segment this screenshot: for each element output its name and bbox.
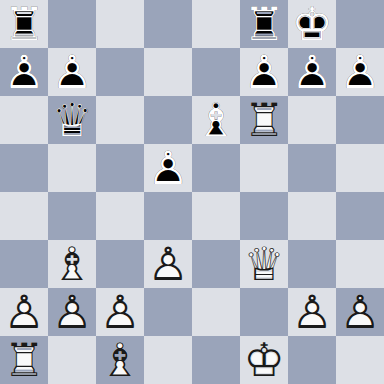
square-h1[interactable] [336, 336, 384, 384]
square-f5[interactable] [240, 144, 288, 192]
queen-outline-glyph: ♕ [240, 240, 288, 288]
bishop-outline-glyph: ♗ [96, 336, 144, 384]
square-d7[interactable] [144, 48, 192, 96]
square-d3[interactable]: ♟♙ [144, 240, 192, 288]
rook-outline-glyph: ♖ [240, 96, 288, 144]
white-pawn[interactable]: ♟♙ [288, 288, 336, 336]
pawn-outline-glyph: ♙ [96, 288, 144, 336]
bishop-outline-glyph: ♗ [192, 96, 240, 144]
square-c2[interactable]: ♟♙ [96, 288, 144, 336]
square-b8[interactable] [48, 0, 96, 48]
pawn-outline-glyph: ♙ [144, 144, 192, 192]
square-b7[interactable]: ♟♙ [48, 48, 96, 96]
square-c8[interactable] [96, 0, 144, 48]
pawn-outline-glyph: ♙ [0, 48, 48, 96]
square-f6[interactable]: ♜♖ [240, 96, 288, 144]
black-pawn[interactable]: ♟♙ [240, 48, 288, 96]
square-d1[interactable] [144, 336, 192, 384]
white-bishop[interactable]: ♝♗ [96, 336, 144, 384]
white-king[interactable]: ♚♔ [240, 336, 288, 384]
white-pawn[interactable]: ♟♙ [0, 288, 48, 336]
rook-outline-glyph: ♖ [0, 336, 48, 384]
rook-outline-glyph: ♖ [240, 0, 288, 48]
pawn-outline-glyph: ♙ [48, 48, 96, 96]
square-h5[interactable] [336, 144, 384, 192]
black-queen[interactable]: ♛♕ [48, 96, 96, 144]
square-g3[interactable] [288, 240, 336, 288]
black-pawn[interactable]: ♟♙ [336, 48, 384, 96]
square-e6[interactable]: ♝♗ [192, 96, 240, 144]
square-a5[interactable] [0, 144, 48, 192]
white-pawn[interactable]: ♟♙ [96, 288, 144, 336]
white-queen[interactable]: ♛♕ [240, 240, 288, 288]
square-g4[interactable] [288, 192, 336, 240]
white-rook[interactable]: ♜♖ [240, 96, 288, 144]
square-c7[interactable] [96, 48, 144, 96]
square-e3[interactable] [192, 240, 240, 288]
pawn-outline-glyph: ♙ [0, 288, 48, 336]
square-a1[interactable]: ♜♖ [0, 336, 48, 384]
square-f4[interactable] [240, 192, 288, 240]
square-a4[interactable] [0, 192, 48, 240]
pawn-outline-glyph: ♙ [48, 288, 96, 336]
black-pawn[interactable]: ♟♙ [144, 144, 192, 192]
pawn-outline-glyph: ♙ [336, 48, 384, 96]
square-e5[interactable] [192, 144, 240, 192]
square-c1[interactable]: ♝♗ [96, 336, 144, 384]
white-pawn[interactable]: ♟♙ [48, 288, 96, 336]
square-h6[interactable] [336, 96, 384, 144]
square-a6[interactable] [0, 96, 48, 144]
white-pawn[interactable]: ♟♙ [336, 288, 384, 336]
square-c3[interactable] [96, 240, 144, 288]
pawn-outline-glyph: ♙ [288, 288, 336, 336]
square-b3[interactable]: ♝♗ [48, 240, 96, 288]
black-pawn[interactable]: ♟♙ [0, 48, 48, 96]
square-d4[interactable] [144, 192, 192, 240]
square-g8[interactable]: ♚♔ [288, 0, 336, 48]
square-d5[interactable]: ♟♙ [144, 144, 192, 192]
black-king[interactable]: ♚♔ [288, 0, 336, 48]
black-pawn[interactable]: ♟♙ [48, 48, 96, 96]
square-c5[interactable] [96, 144, 144, 192]
square-a2[interactable]: ♟♙ [0, 288, 48, 336]
square-h4[interactable] [336, 192, 384, 240]
pawn-outline-glyph: ♙ [240, 48, 288, 96]
pawn-outline-glyph: ♙ [336, 288, 384, 336]
square-g2[interactable]: ♟♙ [288, 288, 336, 336]
black-pawn[interactable]: ♟♙ [288, 48, 336, 96]
square-e8[interactable] [192, 0, 240, 48]
pawn-outline-glyph: ♙ [144, 240, 192, 288]
square-a7[interactable]: ♟♙ [0, 48, 48, 96]
square-b2[interactable]: ♟♙ [48, 288, 96, 336]
square-f2[interactable] [240, 288, 288, 336]
square-a3[interactable] [0, 240, 48, 288]
bishop-outline-glyph: ♗ [48, 240, 96, 288]
queen-outline-glyph: ♕ [48, 96, 96, 144]
square-h2[interactable]: ♟♙ [336, 288, 384, 336]
square-e1[interactable] [192, 336, 240, 384]
square-f1[interactable]: ♚♔ [240, 336, 288, 384]
square-d8[interactable] [144, 0, 192, 48]
square-d2[interactable] [144, 288, 192, 336]
king-outline-glyph: ♔ [288, 0, 336, 48]
square-h8[interactable] [336, 0, 384, 48]
pawn-outline-glyph: ♙ [288, 48, 336, 96]
white-rook[interactable]: ♜♖ [0, 336, 48, 384]
square-h3[interactable] [336, 240, 384, 288]
square-b4[interactable] [48, 192, 96, 240]
square-h7[interactable]: ♟♙ [336, 48, 384, 96]
square-a8[interactable]: ♜♖ [0, 0, 48, 48]
black-rook[interactable]: ♜♖ [240, 0, 288, 48]
square-e7[interactable] [192, 48, 240, 96]
square-g6[interactable] [288, 96, 336, 144]
square-f3[interactable]: ♛♕ [240, 240, 288, 288]
square-g7[interactable]: ♟♙ [288, 48, 336, 96]
rook-outline-glyph: ♖ [0, 0, 48, 48]
square-b6[interactable]: ♛♕ [48, 96, 96, 144]
black-rook[interactable]: ♜♖ [0, 0, 48, 48]
square-b5[interactable] [48, 144, 96, 192]
square-c6[interactable] [96, 96, 144, 144]
white-pawn[interactable]: ♟♙ [144, 240, 192, 288]
king-outline-glyph: ♔ [240, 336, 288, 384]
square-e2[interactable] [192, 288, 240, 336]
white-bishop[interactable]: ♝♗ [48, 240, 96, 288]
square-e4[interactable] [192, 192, 240, 240]
square-b1[interactable] [48, 336, 96, 384]
square-c4[interactable] [96, 192, 144, 240]
square-f8[interactable]: ♜♖ [240, 0, 288, 48]
square-f7[interactable]: ♟♙ [240, 48, 288, 96]
square-g1[interactable] [288, 336, 336, 384]
chess-board: ♜♖♜♖♚♔♟♙♟♙♟♙♟♙♟♙♛♕♝♗♜♖♟♙♝♗♟♙♛♕♟♙♟♙♟♙♟♙♟♙… [0, 0, 384, 384]
square-g5[interactable] [288, 144, 336, 192]
square-d6[interactable] [144, 96, 192, 144]
black-bishop[interactable]: ♝♗ [192, 96, 240, 144]
